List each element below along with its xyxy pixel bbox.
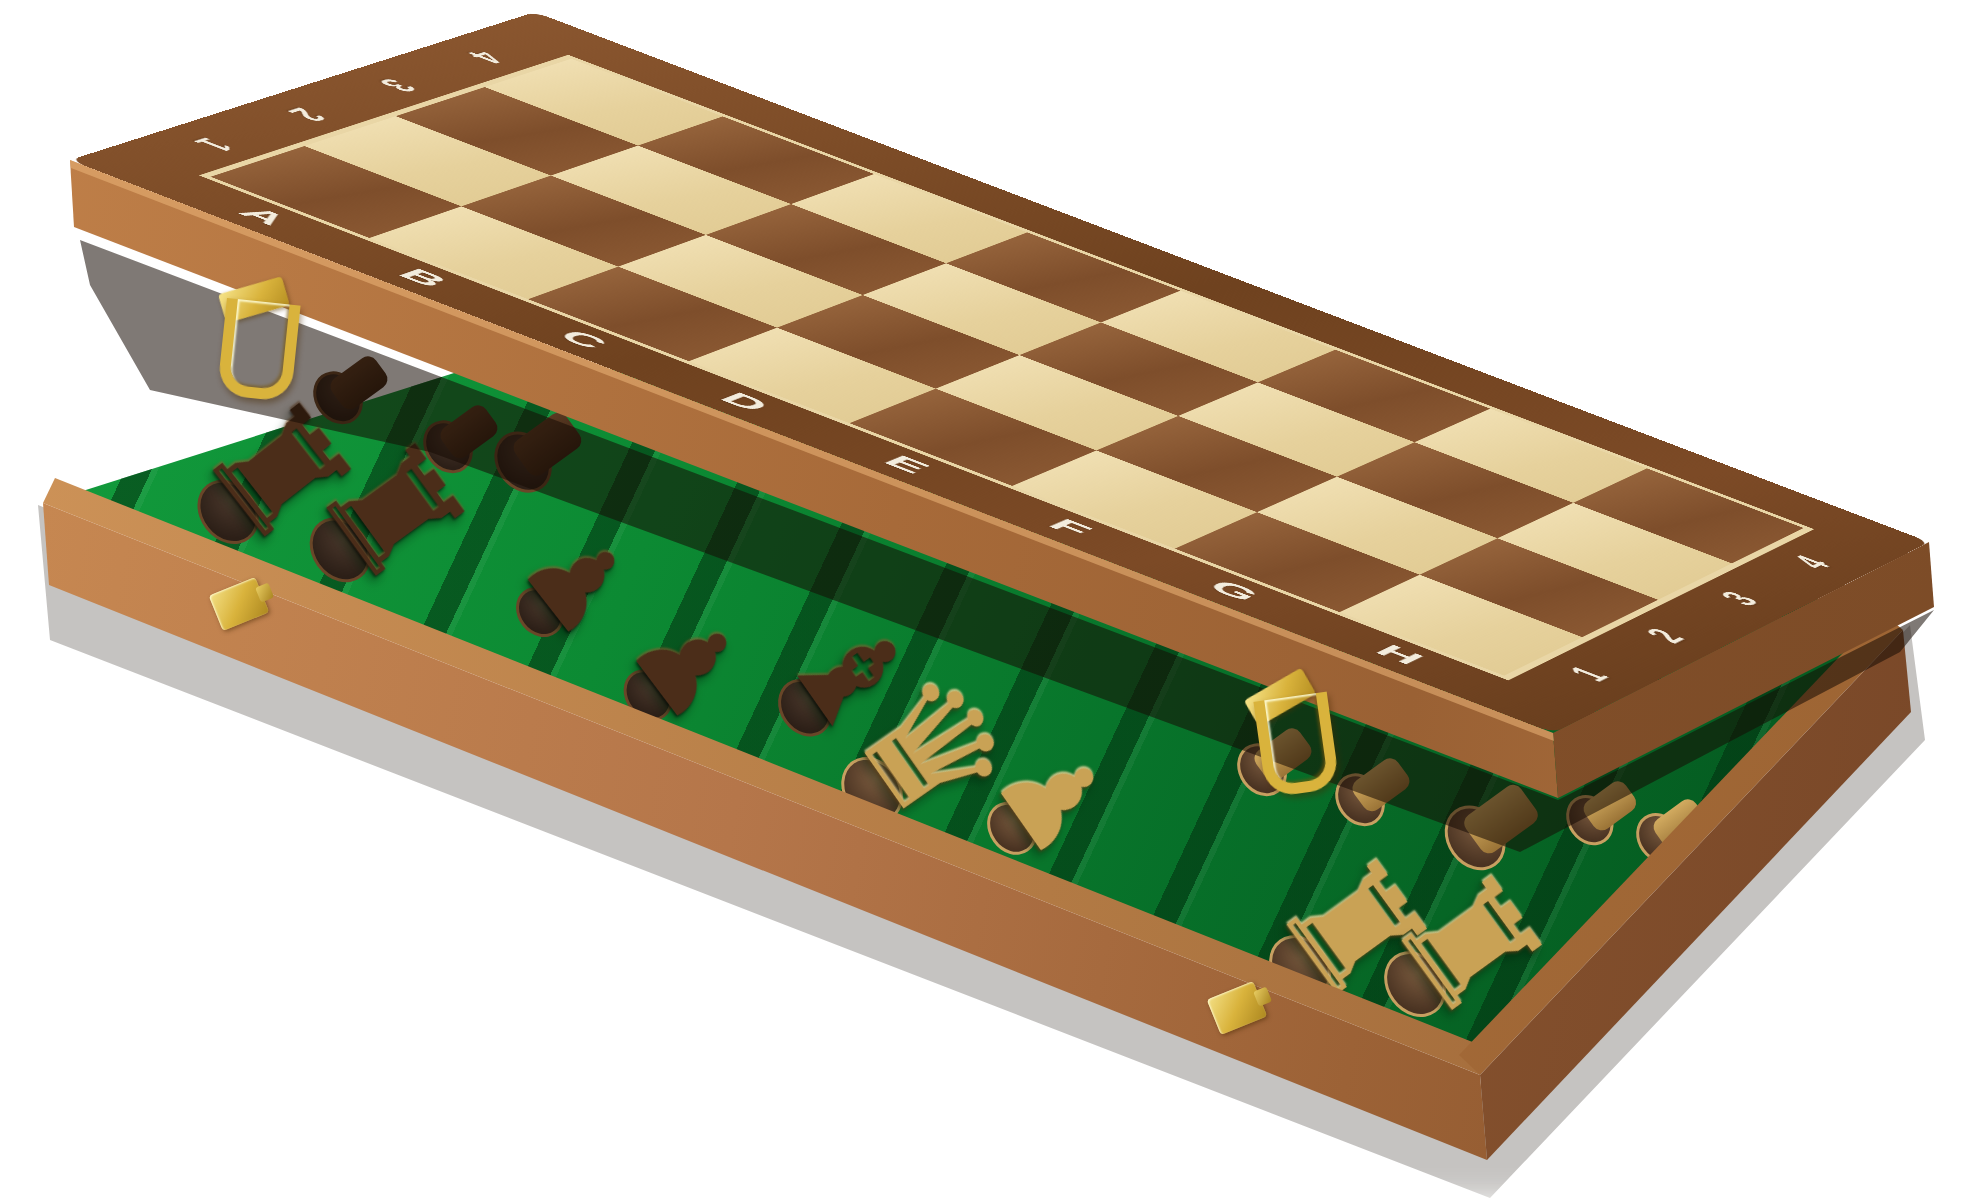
hasp-loop-icon — [217, 298, 301, 402]
chess-case-photo: ♜♜♟♟♝♛♟♜♜ ABCDEFGH44332211 — [0, 0, 1982, 1200]
dark-pawn-glyph: ♟ — [504, 508, 654, 656]
